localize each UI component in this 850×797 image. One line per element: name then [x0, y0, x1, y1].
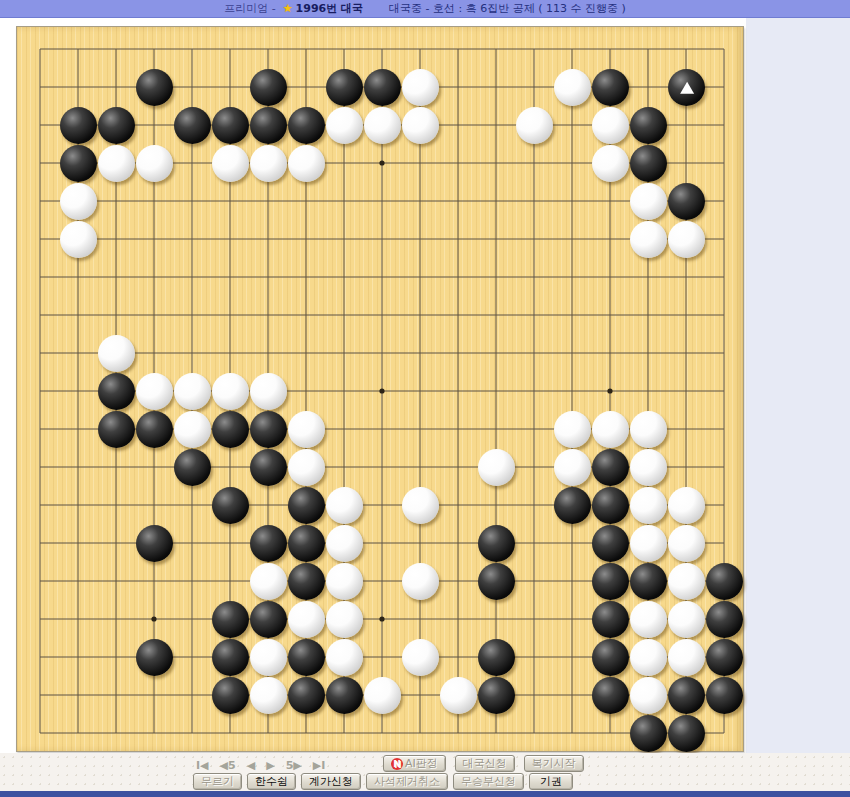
stone-white	[402, 639, 439, 676]
stone-white	[98, 335, 135, 372]
stone-white	[630, 525, 667, 562]
stone-white	[554, 69, 591, 106]
stone-black	[630, 563, 667, 600]
nav-last-button[interactable]: ▶Ι	[313, 759, 326, 772]
stone-black	[326, 69, 363, 106]
stone-black	[288, 563, 325, 600]
stone-black	[98, 373, 135, 410]
stone-white	[288, 449, 325, 486]
stone-black	[554, 487, 591, 524]
stone-white	[630, 487, 667, 524]
stone-white	[326, 107, 363, 144]
stone-white	[212, 145, 249, 182]
stone-black	[136, 525, 173, 562]
dead-stone-removal-cancel-button[interactable]: 사석제거취소	[366, 773, 448, 790]
title-bar: 프리미엄 - ★ 1996번 대국 대국중 - 호선 : 흑 6집반 공제 ( …	[0, 0, 850, 18]
stone-black	[592, 525, 629, 562]
stone-white	[250, 145, 287, 182]
stone-black	[250, 601, 287, 638]
stone-white	[554, 449, 591, 486]
stone-white	[592, 107, 629, 144]
stone-white	[516, 107, 553, 144]
stone-white	[668, 563, 705, 600]
stone-white	[60, 221, 97, 258]
stone-black	[136, 69, 173, 106]
stone-black	[630, 107, 667, 144]
stone-black	[250, 107, 287, 144]
stone-white	[630, 449, 667, 486]
stone-black	[212, 487, 249, 524]
stone-black	[478, 525, 515, 562]
stone-black	[288, 107, 325, 144]
stone-white	[326, 525, 363, 562]
new-badge-icon: N	[391, 758, 403, 770]
stone-black	[212, 411, 249, 448]
stone-white	[326, 639, 363, 676]
stone-black	[174, 107, 211, 144]
ai-judgement-button[interactable]: N AI판정	[383, 755, 446, 772]
stone-black	[478, 563, 515, 600]
stone-black	[250, 411, 287, 448]
stone-black	[668, 677, 705, 714]
stone-black	[288, 525, 325, 562]
stone-white	[402, 487, 439, 524]
pass-button[interactable]: 한수쉼	[247, 773, 296, 790]
button-row-2: 무르기 한수쉼 계가신청 사석제거취소 무승부신청 기권	[193, 773, 573, 790]
stone-black	[668, 183, 705, 220]
stone-black	[174, 449, 211, 486]
stone-white	[668, 487, 705, 524]
stone-white	[326, 563, 363, 600]
stone-black	[668, 69, 705, 106]
stone-white	[174, 373, 211, 410]
stone-white	[250, 639, 287, 676]
game-status-text: 대국중 - 호선 : 흑 6집반 공제 ( 113 수 진행중 )	[389, 1, 626, 16]
stone-white	[630, 677, 667, 714]
stone-black	[212, 107, 249, 144]
stone-black	[136, 411, 173, 448]
stone-white	[554, 411, 591, 448]
stone-black	[478, 677, 515, 714]
stone-white	[288, 411, 325, 448]
stone-white	[136, 373, 173, 410]
stone-black	[60, 107, 97, 144]
stone-black	[706, 677, 743, 714]
stone-white	[364, 107, 401, 144]
stone-black	[288, 677, 325, 714]
right-background-panel	[746, 18, 850, 753]
bottom-strip	[0, 791, 850, 797]
move-navigation: Ι◀ ◀5 ◀ ▶ 5▶ ▶Ι	[196, 759, 325, 772]
review-start-button[interactable]: 복기시작	[524, 755, 584, 772]
premium-label: 프리미엄 -	[224, 1, 275, 16]
stone-white	[592, 411, 629, 448]
stone-black	[630, 145, 667, 182]
nav-forward-5-button[interactable]: 5▶	[286, 759, 302, 772]
stone-black	[592, 601, 629, 638]
stone-black	[592, 563, 629, 600]
scoring-request-button[interactable]: 계가신청	[301, 773, 361, 790]
stone-white	[250, 373, 287, 410]
stone-black	[706, 601, 743, 638]
stone-white	[326, 601, 363, 638]
stone-white	[288, 601, 325, 638]
stone-black	[592, 677, 629, 714]
stone-white	[174, 411, 211, 448]
game-request-button[interactable]: 대국신청	[455, 755, 515, 772]
stone-white	[668, 601, 705, 638]
stone-white	[98, 145, 135, 182]
last-move-marker	[680, 82, 694, 94]
stone-black	[706, 639, 743, 676]
stone-white	[250, 563, 287, 600]
stone-black	[250, 525, 287, 562]
stone-white	[668, 221, 705, 258]
stone-black	[478, 639, 515, 676]
nav-back-5-button[interactable]: ◀5	[220, 759, 236, 772]
stone-white	[402, 107, 439, 144]
ai-judgement-label: AI판정	[405, 756, 438, 771]
stone-white	[136, 145, 173, 182]
stone-black	[288, 487, 325, 524]
stone-black	[212, 639, 249, 676]
stone-black	[250, 69, 287, 106]
stone-black	[136, 639, 173, 676]
stone-white	[288, 145, 325, 182]
stone-white	[478, 449, 515, 486]
stone-black	[706, 563, 743, 600]
stone-white	[250, 677, 287, 714]
stone-black	[630, 715, 667, 752]
stone-black	[592, 449, 629, 486]
draw-request-button[interactable]: 무승부신청	[453, 773, 524, 790]
stone-black	[212, 601, 249, 638]
stone-black	[364, 69, 401, 106]
stone-black	[592, 69, 629, 106]
stone-white	[364, 677, 401, 714]
stone-white	[440, 677, 477, 714]
stone-white	[212, 373, 249, 410]
stone-white	[630, 221, 667, 258]
stone-white	[630, 183, 667, 220]
stone-white	[402, 563, 439, 600]
stone-white	[592, 145, 629, 182]
crown-icon: ★	[283, 2, 293, 15]
nav-first-button[interactable]: Ι◀	[196, 759, 209, 772]
stone-white	[326, 487, 363, 524]
stone-black	[60, 145, 97, 182]
stone-black	[250, 449, 287, 486]
stone-black	[592, 487, 629, 524]
resign-button[interactable]: 기권	[529, 773, 573, 790]
stone-black	[668, 715, 705, 752]
stone-white	[402, 69, 439, 106]
go-board[interactable]	[16, 26, 744, 752]
stone-black	[212, 677, 249, 714]
nav-forward-button[interactable]: ▶	[266, 759, 274, 772]
stone-black	[288, 639, 325, 676]
stone-black	[326, 677, 363, 714]
stone-white	[630, 601, 667, 638]
button-row-1: N AI판정 대국신청 복기시작	[383, 755, 584, 772]
control-panel: Ι◀ ◀5 ◀ ▶ 5▶ ▶Ι N AI판정 대국신청 복기시작 무르기 한수쉼…	[0, 753, 850, 791]
stone-white	[630, 411, 667, 448]
game-title: 1996번 대국	[296, 1, 363, 16]
stone-black	[98, 107, 135, 144]
stone-white	[630, 639, 667, 676]
stone-white	[668, 639, 705, 676]
stone-white	[668, 525, 705, 562]
stone-black	[98, 411, 135, 448]
stone-black	[592, 639, 629, 676]
undo-button[interactable]: 무르기	[193, 773, 242, 790]
nav-back-button[interactable]: ◀	[247, 759, 255, 772]
stone-white	[60, 183, 97, 220]
